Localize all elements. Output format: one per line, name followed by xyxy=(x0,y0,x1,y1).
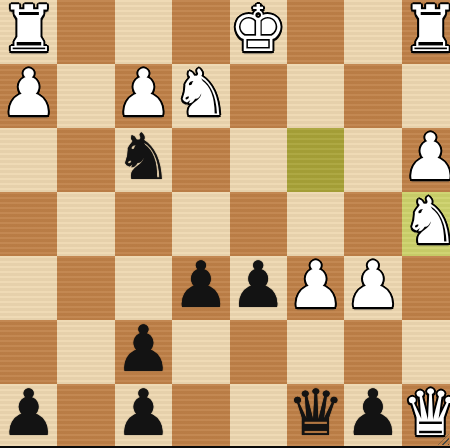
white-rook: ♜ xyxy=(0,0,57,61)
square-g1[interactable] xyxy=(57,0,114,64)
square-b3[interactable] xyxy=(344,128,401,192)
white-knight: ♞ xyxy=(172,61,229,125)
square-e6[interactable] xyxy=(172,320,229,384)
square-h1[interactable]: ♜ xyxy=(0,0,57,64)
black-pawn: ♟ xyxy=(115,381,172,445)
square-e7[interactable] xyxy=(172,384,229,448)
black-pawn: ♟ xyxy=(230,253,287,317)
square-g5[interactable] xyxy=(57,256,114,320)
white-pawn: ♟ xyxy=(344,253,401,317)
square-f5[interactable] xyxy=(115,256,172,320)
square-f7[interactable]: ♟ xyxy=(115,384,172,448)
square-b4[interactable] xyxy=(344,192,401,256)
square-b1[interactable] xyxy=(344,0,401,64)
white-pawn: ♟ xyxy=(0,61,57,125)
square-e2[interactable]: ♞ xyxy=(172,64,229,128)
black-pawn: ♟ xyxy=(172,253,229,317)
square-d3[interactable] xyxy=(230,128,287,192)
square-f1[interactable] xyxy=(115,0,172,64)
square-b6[interactable] xyxy=(344,320,401,384)
square-e3[interactable] xyxy=(172,128,229,192)
white-rook: ♜ xyxy=(402,0,450,61)
square-d1[interactable]: ♚ xyxy=(230,0,287,64)
white-queen: ♛ xyxy=(402,381,450,445)
square-d4[interactable] xyxy=(230,192,287,256)
square-a1[interactable]: ♜ xyxy=(402,0,450,64)
square-c3[interactable] xyxy=(287,128,344,192)
square-e1[interactable] xyxy=(172,0,229,64)
square-h6[interactable] xyxy=(0,320,57,384)
black-knight: ♞ xyxy=(115,125,172,189)
square-g2[interactable] xyxy=(57,64,114,128)
square-d7[interactable] xyxy=(230,384,287,448)
square-e5[interactable]: ♟ xyxy=(172,256,229,320)
square-c4[interactable] xyxy=(287,192,344,256)
square-c6[interactable] xyxy=(287,320,344,384)
square-h7[interactable]: ♟ xyxy=(0,384,57,448)
white-knight: ♞ xyxy=(402,189,450,253)
black-pawn: ♟ xyxy=(0,381,57,445)
chess-board: ♜♚♜♟♟♞♞♟♞♟♟♟♟♟♟♟♛♟♛♜♝♜♚ xyxy=(0,0,450,446)
square-b7[interactable]: ♟ xyxy=(344,384,401,448)
square-g4[interactable] xyxy=(57,192,114,256)
square-f2[interactable]: ♟ xyxy=(115,64,172,128)
square-c2[interactable] xyxy=(287,64,344,128)
square-g7[interactable] xyxy=(57,384,114,448)
square-a3[interactable]: ♟ xyxy=(402,128,450,192)
square-a6[interactable] xyxy=(402,320,450,384)
square-c7[interactable]: ♛ xyxy=(287,384,344,448)
square-f4[interactable] xyxy=(115,192,172,256)
black-pawn: ♟ xyxy=(115,317,172,381)
square-e4[interactable] xyxy=(172,192,229,256)
square-a4[interactable]: ♞ xyxy=(402,192,450,256)
square-c5[interactable]: ♟ xyxy=(287,256,344,320)
square-h2[interactable]: ♟ xyxy=(0,64,57,128)
square-b5[interactable]: ♟ xyxy=(344,256,401,320)
chess-board-window: ♜♚♜♟♟♞♞♟♞♟♟♟♟♟♟♟♛♟♛♜♝♜♚ xyxy=(0,0,450,448)
white-pawn: ♟ xyxy=(402,125,450,189)
square-d2[interactable] xyxy=(230,64,287,128)
square-h5[interactable] xyxy=(0,256,57,320)
square-a7[interactable]: ♛ xyxy=(402,384,450,448)
square-g3[interactable] xyxy=(57,128,114,192)
square-g6[interactable] xyxy=(57,320,114,384)
square-f6[interactable]: ♟ xyxy=(115,320,172,384)
square-h4[interactable] xyxy=(0,192,57,256)
square-f3[interactable]: ♞ xyxy=(115,128,172,192)
square-d5[interactable]: ♟ xyxy=(230,256,287,320)
square-h3[interactable] xyxy=(0,128,57,192)
black-pawn: ♟ xyxy=(344,381,401,445)
square-c1[interactable] xyxy=(287,0,344,64)
white-pawn: ♟ xyxy=(287,253,344,317)
square-b2[interactable] xyxy=(344,64,401,128)
black-queen: ♛ xyxy=(287,381,344,445)
white-king: ♚ xyxy=(230,0,287,61)
square-a5[interactable] xyxy=(402,256,450,320)
square-a2[interactable] xyxy=(402,64,450,128)
square-d6[interactable] xyxy=(230,320,287,384)
white-pawn: ♟ xyxy=(115,61,172,125)
